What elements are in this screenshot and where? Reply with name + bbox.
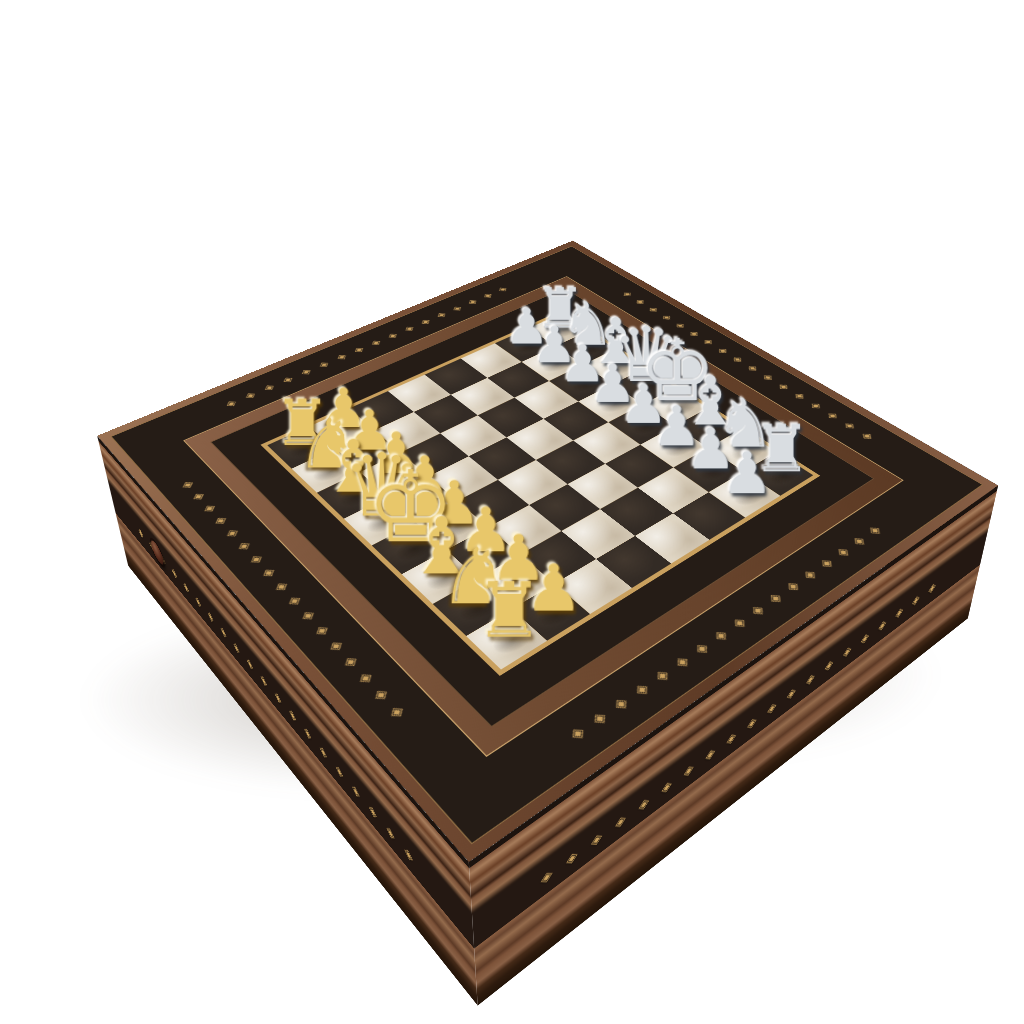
piece-glyph: ♟	[721, 444, 773, 502]
piece-glyph: ♜	[475, 572, 543, 648]
product-photo-stage: ◈◈◈◈◈◈◈◈◈◈◈◈◈◈◈◈◈◈◈◈ ◈◈◈◈◈◈◈◈◈◈◈◈◈◈◈◈◈◈◈…	[0, 0, 1024, 1024]
